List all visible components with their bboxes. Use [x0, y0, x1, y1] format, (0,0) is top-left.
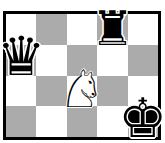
white-knight[interactable]: ♞♘: [56, 63, 108, 115]
black-rook[interactable]: ♜: [91, 4, 134, 52]
chess-board: ♜♛♞♘♚: [3, 11, 161, 140]
board-pieces: ♜♛♞♘♚: [6, 14, 158, 137]
black-queen[interactable]: ♛: [0, 30, 45, 84]
knight-outline-glyph: ♘: [56, 63, 108, 115]
chess-diagram: ♜♛♞♘♚: [0, 0, 165, 143]
black-king[interactable]: ♚: [119, 92, 165, 143]
